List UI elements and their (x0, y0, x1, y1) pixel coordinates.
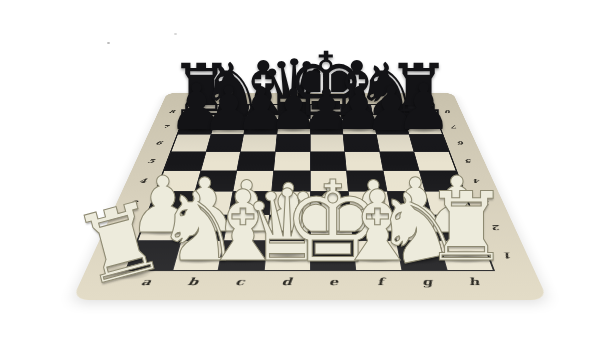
file-label-top-b: b (233, 96, 239, 100)
square-a6 (172, 135, 211, 152)
rank-label-right-7: 7 (450, 124, 458, 129)
square-c8 (247, 105, 279, 119)
square-h3 (426, 192, 472, 215)
square-b1 (173, 241, 223, 270)
square-c1 (219, 241, 267, 270)
square-d6 (276, 135, 310, 152)
square-f6 (343, 135, 379, 152)
square-c4 (234, 171, 274, 191)
square-d2 (267, 215, 309, 241)
square-a5 (165, 152, 206, 170)
file-label-bottom-d: d (281, 276, 292, 288)
square-c2 (224, 215, 269, 241)
square-f1 (354, 241, 402, 270)
square-g8 (371, 105, 405, 119)
rank-label-left-1: 1 (106, 250, 118, 259)
file-label-top-f: f (353, 96, 356, 100)
rank-label-right-4: 4 (472, 177, 482, 183)
square-d1 (265, 241, 310, 270)
file-label-bottom-f: f (376, 276, 384, 288)
square-b7 (211, 119, 246, 134)
dust-speck (107, 42, 110, 44)
square-h7 (405, 119, 442, 134)
square-a7 (178, 119, 215, 134)
square-e2 (310, 215, 352, 241)
rank-label-left-7: 7 (162, 124, 170, 129)
square-a1 (127, 241, 180, 270)
rank-label-left-8: 8 (168, 109, 176, 113)
board-grid (125, 104, 495, 271)
rank-label-left-2: 2 (118, 223, 129, 231)
rank-label-right-2: 2 (491, 223, 502, 231)
square-b2 (181, 215, 228, 241)
square-d5 (274, 152, 310, 170)
square-f5 (345, 152, 382, 170)
square-a2 (138, 215, 187, 241)
square-f8 (341, 105, 373, 119)
square-g6 (377, 135, 414, 152)
square-h1 (440, 241, 493, 270)
rank-label-right-3: 3 (481, 199, 491, 206)
file-label-bottom-a: a (139, 276, 152, 288)
square-g5 (380, 152, 419, 170)
square-b6 (206, 135, 243, 152)
square-g2 (392, 215, 439, 241)
square-e8 (310, 105, 341, 119)
file-label-bottom-e: e (329, 276, 339, 288)
file-label-bottom-g: g (421, 276, 434, 288)
file-label-bottom-h: h (467, 276, 482, 288)
file-label-top-e: e (323, 96, 327, 100)
square-c7 (244, 119, 278, 134)
square-d4 (272, 171, 310, 191)
square-b8 (215, 105, 249, 119)
square-a3 (148, 192, 194, 215)
square-g1 (397, 241, 447, 270)
square-c6 (241, 135, 277, 152)
file-label-bottom-b: b (186, 276, 199, 288)
square-h5 (415, 152, 456, 170)
square-e3 (310, 192, 350, 215)
square-h4 (420, 171, 463, 191)
square-d8 (279, 105, 310, 119)
rank-label-right-5: 5 (464, 158, 473, 164)
square-e5 (310, 152, 346, 170)
square-e4 (310, 171, 348, 191)
square-g7 (374, 119, 409, 134)
square-f4 (347, 171, 387, 191)
square-c5 (237, 152, 274, 170)
scene: aabbccddeeffgghh1122334455667788 ♜♞♝♛♚♝♞… (0, 0, 600, 360)
square-e1 (310, 241, 355, 270)
file-label-top-g: g (381, 96, 387, 100)
square-c3 (229, 192, 271, 215)
file-label-top-d: d (293, 96, 298, 100)
square-f2 (351, 215, 396, 241)
board-mat: aabbccddeeffgghh1122334455667788 (72, 93, 548, 300)
rank-label-left-4: 4 (138, 177, 148, 183)
square-h6 (410, 135, 449, 152)
square-d7 (277, 119, 309, 134)
square-e7 (310, 119, 342, 134)
square-f3 (349, 192, 391, 215)
file-label-top-a: a (204, 96, 210, 100)
square-f7 (342, 119, 376, 134)
rank-label-left-6: 6 (154, 140, 163, 145)
file-label-top-c: c (263, 96, 268, 100)
rank-label-left-5: 5 (147, 158, 156, 164)
square-a8 (184, 105, 219, 119)
square-e6 (310, 135, 344, 152)
square-b3 (189, 192, 233, 215)
square-g4 (383, 171, 424, 191)
dust-speck (174, 33, 177, 35)
square-h2 (432, 215, 481, 241)
rank-label-right-6: 6 (457, 140, 466, 145)
rank-label-right-1: 1 (502, 250, 514, 259)
file-label-top-h: h (411, 96, 417, 100)
square-a4 (157, 171, 200, 191)
rank-label-right-8: 8 (444, 109, 452, 113)
square-b5 (201, 152, 240, 170)
square-d3 (270, 192, 310, 215)
square-h8 (401, 105, 436, 119)
rank-label-left-3: 3 (129, 199, 139, 206)
square-g3 (387, 192, 431, 215)
square-b4 (195, 171, 236, 191)
file-label-bottom-c: c (234, 276, 245, 288)
